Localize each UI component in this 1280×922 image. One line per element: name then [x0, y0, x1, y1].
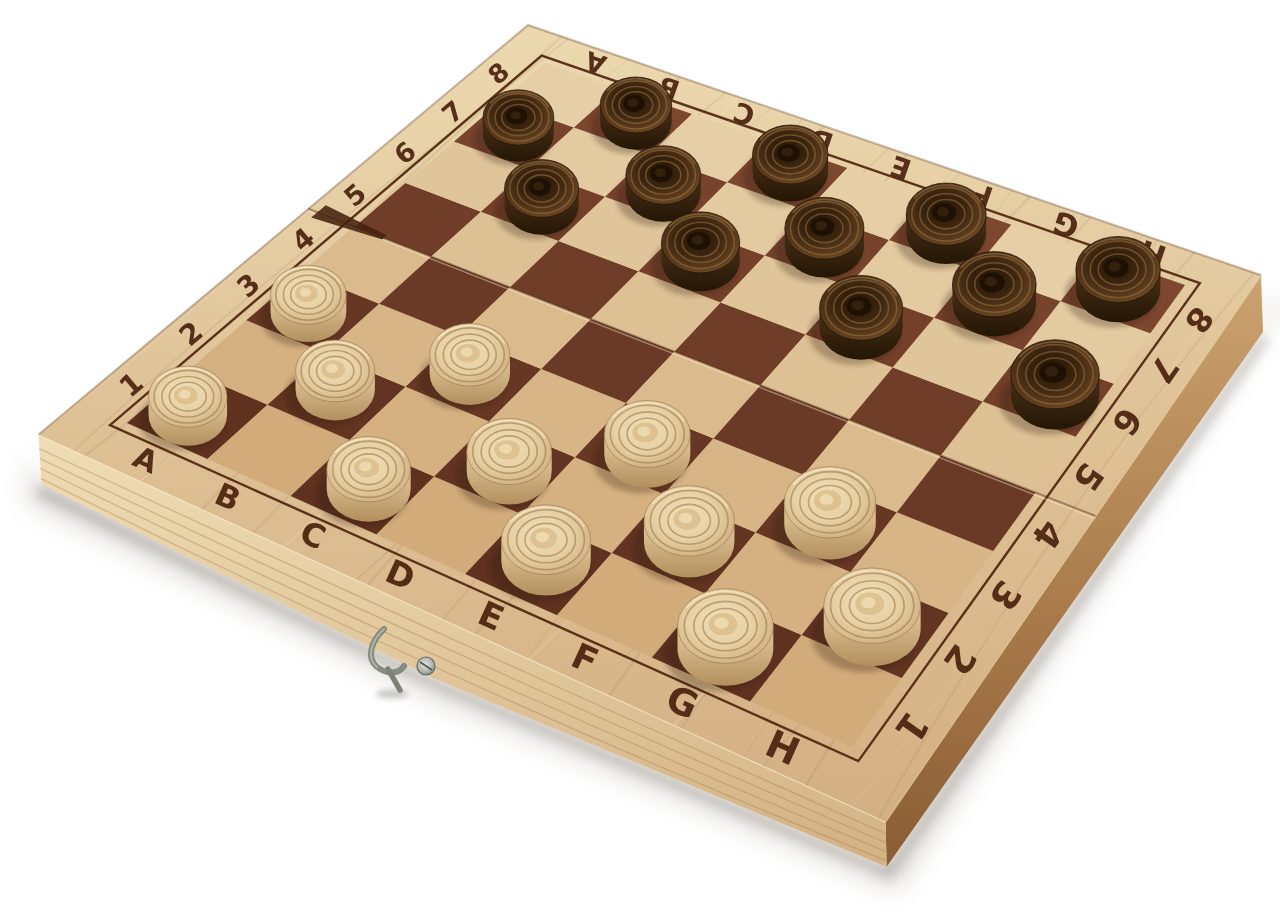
piece-center-bump	[179, 390, 191, 399]
piece-center-bump	[510, 111, 521, 119]
piece-center-bump	[1045, 366, 1058, 376]
piece-center-bump	[461, 348, 473, 357]
piece-center-bump	[536, 532, 549, 542]
piece-center-bump	[692, 235, 704, 244]
piece-center-bump	[533, 182, 544, 191]
piece-center-bump	[714, 617, 728, 628]
piece-center-bump	[815, 221, 827, 230]
piece-center-bump	[300, 288, 311, 297]
piece-center-bump	[985, 277, 998, 287]
piece-center-bump	[326, 364, 338, 373]
latch-shadow	[376, 690, 408, 699]
piece-center-bump	[1108, 262, 1121, 272]
checkers-board: AABBCCDDEEFFGGHH1122334455667788	[0, 0, 1280, 922]
piece-center-bump	[819, 494, 833, 505]
piece-center-bump	[637, 426, 650, 436]
piece-center-bump	[937, 207, 949, 216]
piece-center-bump	[655, 168, 666, 177]
photo-canvas: AABBCCDDEEFFGGHH1122334455667788	[0, 0, 1280, 922]
piece-center-bump	[499, 444, 512, 454]
piece-center-bump	[782, 148, 793, 157]
piece-center-bump	[359, 462, 372, 472]
piece-center-bump	[628, 99, 639, 107]
piece-center-bump	[861, 597, 876, 608]
piece-center-bump	[852, 300, 864, 310]
piece-center-bump	[679, 513, 693, 524]
